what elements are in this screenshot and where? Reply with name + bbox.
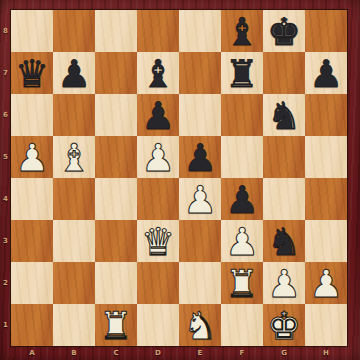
square-d2[interactable]	[137, 262, 179, 304]
square-d4[interactable]	[137, 178, 179, 220]
square-h8[interactable]	[305, 10, 347, 52]
square-f6[interactable]	[221, 94, 263, 136]
square-b3[interactable]	[53, 220, 95, 262]
piece-white-pawn-e4[interactable]: ♟	[179, 178, 221, 220]
file-label-e: E	[179, 346, 221, 360]
piece-black-knight-g6[interactable]: ♞	[263, 94, 305, 136]
piece-black-pawn-d6[interactable]: ♟	[137, 94, 179, 136]
square-h6[interactable]	[305, 94, 347, 136]
square-b1[interactable]	[53, 304, 95, 346]
square-a8[interactable]	[11, 10, 53, 52]
square-a2[interactable]	[11, 262, 53, 304]
chess-board: ♝♚♛♟♝♜♟♟♞♟♝♟♟♟♟♛♟♞♜♟♟♜♞♚	[11, 10, 347, 346]
square-e5[interactable]: ♟	[179, 136, 221, 178]
square-g7[interactable]	[263, 52, 305, 94]
file-label-b: B	[53, 346, 95, 360]
square-b2[interactable]	[53, 262, 95, 304]
square-b7[interactable]: ♟	[53, 52, 95, 94]
square-g3[interactable]: ♞	[263, 220, 305, 262]
rank-label-1: 1	[0, 304, 11, 346]
square-g6[interactable]: ♞	[263, 94, 305, 136]
square-d3[interactable]: ♛	[137, 220, 179, 262]
square-f1[interactable]	[221, 304, 263, 346]
piece-black-bishop-d7[interactable]: ♝	[137, 52, 179, 94]
square-d1[interactable]	[137, 304, 179, 346]
square-b5[interactable]: ♝	[53, 136, 95, 178]
file-label-d: D	[137, 346, 179, 360]
square-a7[interactable]: ♛	[11, 52, 53, 94]
piece-black-pawn-e5[interactable]: ♟	[179, 136, 221, 178]
square-b6[interactable]	[53, 94, 95, 136]
square-h4[interactable]	[305, 178, 347, 220]
square-c1[interactable]: ♜	[95, 304, 137, 346]
square-f5[interactable]	[221, 136, 263, 178]
square-e1[interactable]: ♞	[179, 304, 221, 346]
square-d7[interactable]: ♝	[137, 52, 179, 94]
piece-black-pawn-f4[interactable]: ♟	[221, 178, 263, 220]
square-c5[interactable]	[95, 136, 137, 178]
piece-black-pawn-b7[interactable]: ♟	[53, 52, 95, 94]
square-g5[interactable]	[263, 136, 305, 178]
square-h7[interactable]: ♟	[305, 52, 347, 94]
piece-black-rook-f7[interactable]: ♜	[221, 52, 263, 94]
piece-white-knight-e1[interactable]: ♞	[179, 304, 221, 346]
square-g4[interactable]	[263, 178, 305, 220]
piece-white-rook-f2[interactable]: ♜	[221, 262, 263, 304]
piece-white-king-g1[interactable]: ♚	[263, 304, 305, 346]
piece-white-bishop-b5[interactable]: ♝	[53, 136, 95, 178]
square-e7[interactable]	[179, 52, 221, 94]
file-label-c: C	[95, 346, 137, 360]
square-d8[interactable]	[137, 10, 179, 52]
square-h5[interactable]	[305, 136, 347, 178]
square-c8[interactable]	[95, 10, 137, 52]
square-h3[interactable]	[305, 220, 347, 262]
piece-black-king-g8[interactable]: ♚	[263, 10, 305, 52]
piece-black-queen-a7[interactable]: ♛	[11, 52, 53, 94]
file-label-a: A	[11, 346, 53, 360]
square-d6[interactable]: ♟	[137, 94, 179, 136]
piece-black-knight-g3[interactable]: ♞	[263, 220, 305, 262]
square-a3[interactable]	[11, 220, 53, 262]
square-b8[interactable]	[53, 10, 95, 52]
piece-white-pawn-a5[interactable]: ♟	[11, 136, 53, 178]
square-a6[interactable]	[11, 94, 53, 136]
square-e6[interactable]	[179, 94, 221, 136]
square-e4[interactable]: ♟	[179, 178, 221, 220]
file-label-h: H	[305, 346, 347, 360]
square-c2[interactable]	[95, 262, 137, 304]
square-f7[interactable]: ♜	[221, 52, 263, 94]
rank-labels: 87654321	[0, 10, 11, 346]
rank-label-8: 8	[0, 10, 11, 52]
piece-white-pawn-d5[interactable]: ♟	[137, 136, 179, 178]
file-label-f: F	[221, 346, 263, 360]
square-d5[interactable]: ♟	[137, 136, 179, 178]
square-b4[interactable]	[53, 178, 95, 220]
square-c7[interactable]	[95, 52, 137, 94]
board-frame: ♝♚♛♟♝♜♟♟♞♟♝♟♟♟♟♛♟♞♜♟♟♜♞♚ 87654321 ABCDEF…	[0, 0, 360, 360]
piece-white-pawn-f3[interactable]: ♟	[221, 220, 263, 262]
square-e8[interactable]	[179, 10, 221, 52]
square-h2[interactable]: ♟	[305, 262, 347, 304]
rank-label-7: 7	[0, 52, 11, 94]
piece-white-rook-c1[interactable]: ♜	[95, 304, 137, 346]
square-g1[interactable]: ♚	[263, 304, 305, 346]
piece-white-queen-d3[interactable]: ♛	[137, 220, 179, 262]
square-g8[interactable]: ♚	[263, 10, 305, 52]
square-e3[interactable]	[179, 220, 221, 262]
square-a4[interactable]	[11, 178, 53, 220]
square-f3[interactable]: ♟	[221, 220, 263, 262]
square-f4[interactable]: ♟	[221, 178, 263, 220]
rank-label-3: 3	[0, 220, 11, 262]
square-g2[interactable]: ♟	[263, 262, 305, 304]
rank-label-2: 2	[0, 262, 11, 304]
square-f2[interactable]: ♜	[221, 262, 263, 304]
square-c6[interactable]	[95, 94, 137, 136]
piece-white-pawn-g2[interactable]: ♟	[263, 262, 305, 304]
piece-black-pawn-h7[interactable]: ♟	[305, 52, 347, 94]
piece-white-pawn-h2[interactable]: ♟	[305, 262, 347, 304]
square-h1[interactable]	[305, 304, 347, 346]
square-c4[interactable]	[95, 178, 137, 220]
square-c3[interactable]	[95, 220, 137, 262]
square-a5[interactable]: ♟	[11, 136, 53, 178]
square-a1[interactable]	[11, 304, 53, 346]
file-labels: ABCDEFGH	[11, 346, 347, 360]
square-e2[interactable]	[179, 262, 221, 304]
rank-label-6: 6	[0, 94, 11, 136]
file-label-g: G	[263, 346, 305, 360]
rank-label-5: 5	[0, 136, 11, 178]
square-f8[interactable]: ♝	[221, 10, 263, 52]
rank-label-4: 4	[0, 178, 11, 220]
piece-black-bishop-f8[interactable]: ♝	[221, 10, 263, 52]
